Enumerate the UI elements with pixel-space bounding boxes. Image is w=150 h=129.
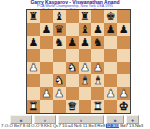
square-c6: ♞ xyxy=(53,36,66,49)
piece-white-bishop: ♝ xyxy=(80,75,90,86)
square-e1 xyxy=(79,100,92,113)
nav-prev-button[interactable]: ‹ xyxy=(34,115,56,124)
piece-black-bishop: ♝ xyxy=(54,11,64,22)
piece-white-pawn: ♟ xyxy=(54,88,64,99)
move-token[interactable]: 11.Be3 xyxy=(83,124,97,128)
move-token[interactable]: O-O xyxy=(31,124,39,128)
piece-black-queen: ♛ xyxy=(54,24,64,35)
square-h6 xyxy=(117,36,130,49)
square-e6: ♟ xyxy=(79,36,92,49)
square-c3: ♞ xyxy=(53,74,66,87)
square-g8: ♚ xyxy=(104,10,117,23)
piece-black-pawn: ♟ xyxy=(106,24,116,35)
square-d7 xyxy=(66,23,79,36)
piece-white-rook: ♜ xyxy=(93,101,103,112)
nav-autoplay-button[interactable]: + xyxy=(126,115,139,124)
square-b2: ♟ xyxy=(40,87,53,100)
move-token[interactable]: Be7 xyxy=(14,124,22,128)
piece-white-knight: ♞ xyxy=(67,62,77,73)
piece-white-pawn: ♟ xyxy=(80,62,90,73)
move-token-current[interactable]: 12.Bf3 xyxy=(106,124,119,128)
piece-black-pawn: ♟ xyxy=(119,24,129,35)
square-a4: ♟ xyxy=(27,62,40,75)
square-c4 xyxy=(53,62,66,75)
square-b6 xyxy=(40,36,53,49)
square-e7: ♝ xyxy=(79,23,92,36)
move-token[interactable]: Re8 xyxy=(97,124,105,128)
piece-black-pawn: ♟ xyxy=(80,37,90,48)
square-a7 xyxy=(27,23,40,36)
square-f7: ♟ xyxy=(91,23,104,36)
piece-black-rook: ♜ xyxy=(29,11,39,22)
square-e8: ♜ xyxy=(79,10,92,23)
piece-black-king: ♚ xyxy=(106,11,116,22)
piece-white-king: ♚ xyxy=(119,101,129,112)
square-d1: ♛ xyxy=(66,100,79,113)
piece-white-knight: ♞ xyxy=(54,75,64,86)
square-h8 xyxy=(117,10,130,23)
piece-white-rook: ♜ xyxy=(29,101,39,112)
square-g4 xyxy=(104,62,117,75)
piece-white-pawn: ♟ xyxy=(93,62,103,73)
piece-white-pawn: ♟ xyxy=(41,88,51,99)
square-g3 xyxy=(104,74,117,87)
square-b7: ♟ xyxy=(40,23,53,36)
piece-white-pawn: ♟ xyxy=(106,88,116,99)
square-e3: ♝ xyxy=(79,74,92,87)
piece-black-knight: ♞ xyxy=(93,37,103,48)
piece-black-pawn: ♟ xyxy=(93,24,103,35)
square-d6: ♟ xyxy=(66,36,79,49)
piece-black-pawn: ♟ xyxy=(41,24,51,35)
square-a6: ♟ xyxy=(27,36,40,49)
piece-black-pawn: ♟ xyxy=(67,37,77,48)
square-b3 xyxy=(40,74,53,87)
square-h4 xyxy=(117,62,130,75)
move-token[interactable]: Bd7 xyxy=(120,124,128,128)
chess-viewer-page: Garry Kasparov - Viswanathan Anand PCA W… xyxy=(0,0,150,129)
square-g1 xyxy=(104,100,117,113)
square-c2: ♟ xyxy=(53,87,66,100)
square-h1: ♚ xyxy=(117,100,130,113)
square-b5 xyxy=(40,49,53,62)
square-h5 xyxy=(117,49,130,62)
square-f6: ♞ xyxy=(91,36,104,49)
nav-next-button[interactable]: › xyxy=(58,115,104,124)
square-g7: ♟ xyxy=(104,23,117,36)
square-c5 xyxy=(53,49,66,62)
replay-controls: « ‹ › » + xyxy=(10,115,142,124)
square-h2: ♟ xyxy=(117,87,130,100)
square-f8 xyxy=(91,10,104,23)
square-b1 xyxy=(40,100,53,113)
square-f1: ♜ xyxy=(91,100,104,113)
move-token[interactable]: 10.a4 xyxy=(62,124,73,128)
piece-white-pawn: ♟ xyxy=(29,62,39,73)
square-b8 xyxy=(40,10,53,23)
move-token[interactable]: 13.Nb3 xyxy=(129,124,143,128)
square-d2 xyxy=(66,87,79,100)
square-g6 xyxy=(104,36,117,49)
square-g2: ♟ xyxy=(104,87,117,100)
square-a3 xyxy=(27,74,40,87)
move-token[interactable]: Qc7 xyxy=(53,124,61,128)
piece-white-queen: ♛ xyxy=(67,101,77,112)
square-c1 xyxy=(53,100,66,113)
square-f2 xyxy=(91,87,104,100)
square-d4: ♞ xyxy=(66,62,79,75)
move-token[interactable]: 7.O-O xyxy=(1,124,13,128)
piece-black-pawn: ♟ xyxy=(29,37,39,48)
square-a8: ♜ xyxy=(27,10,40,23)
nav-last-button[interactable]: » xyxy=(106,115,124,124)
move-token[interactable]: 9.Kh1 xyxy=(40,124,51,128)
nav-first-button[interactable]: « xyxy=(10,115,32,124)
square-f5 xyxy=(91,49,104,62)
square-d5 xyxy=(66,49,79,62)
square-g5 xyxy=(104,49,117,62)
square-a1: ♜ xyxy=(27,100,40,113)
piece-black-knight: ♞ xyxy=(54,37,64,48)
move-token[interactable]: Nc6 xyxy=(74,124,82,128)
square-c8: ♝ xyxy=(53,10,66,23)
square-f3: ♝ xyxy=(91,74,104,87)
move-token[interactable]: 8.f4 xyxy=(23,124,30,128)
square-d8 xyxy=(66,10,79,23)
square-h3 xyxy=(117,74,130,87)
square-a5 xyxy=(27,49,40,62)
piece-black-rook: ♜ xyxy=(80,11,90,22)
square-a2 xyxy=(27,87,40,100)
square-d3 xyxy=(66,74,79,87)
square-h7: ♟ xyxy=(117,23,130,36)
square-b4 xyxy=(40,62,53,75)
piece-white-bishop: ♝ xyxy=(93,75,103,86)
chess-board: ♜♝♜♚♟♛♝♟♟♟♟♞♟♟♞♟♞♟♟♞♝♝♟♟♟♟♜♛♜♚ xyxy=(26,9,131,114)
square-f4: ♟ xyxy=(91,62,104,75)
square-c7: ♛ xyxy=(53,23,66,36)
square-e5 xyxy=(79,49,92,62)
piece-black-bishop: ♝ xyxy=(80,24,90,35)
square-e2 xyxy=(79,87,92,100)
square-e4: ♟ xyxy=(79,62,92,75)
move-list: 7.O-OBe78.f4O-O9.Kh1Qc710.a4Nc611.Be3Re8… xyxy=(1,124,149,129)
piece-white-pawn: ♟ xyxy=(119,88,129,99)
